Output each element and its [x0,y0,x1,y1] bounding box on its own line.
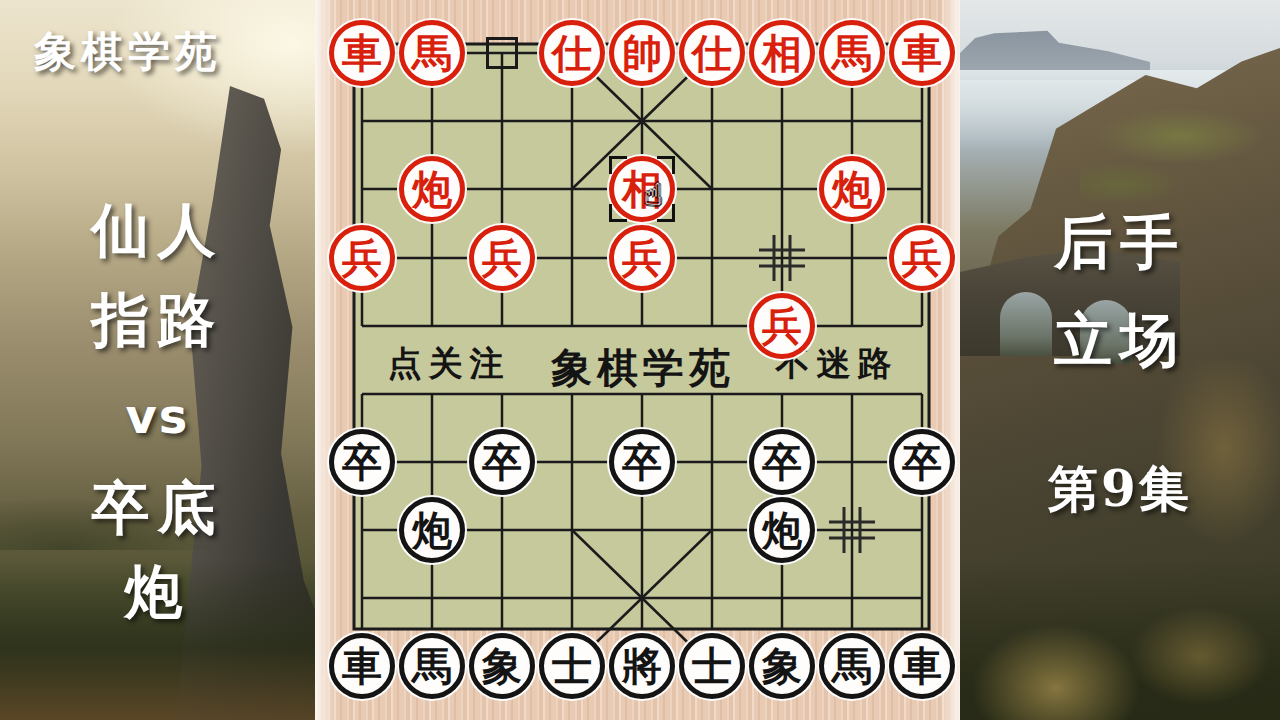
piece-black-象[interactable]: 象 [749,633,815,699]
piece-red-炮[interactable]: 炮 [819,156,885,222]
title-vs: vs [0,388,315,444]
piece-black-將[interactable]: 將 [609,633,675,699]
piece-black-馬[interactable]: 馬 [399,633,465,699]
piece-black-炮[interactable]: 炮 [749,497,815,563]
piece-black-車[interactable]: 車 [329,633,395,699]
title-line: 仙人 [0,192,315,270]
xiangqi-board[interactable]: 点关注 象棋学苑 不迷路 車馬仕帥仕相馬車炮相炮兵兵兵兵兵卒卒卒卒卒炮炮車馬象士… [315,0,960,720]
subtitle-line: 后手 [960,204,1280,282]
piece-black-卒[interactable]: 卒 [329,429,395,495]
mossy-top [1080,100,1280,220]
piece-red-兵[interactable]: 兵 [469,225,535,291]
piece-red-帥[interactable]: 帥 [609,20,675,86]
piece-black-象[interactable]: 象 [469,633,535,699]
piece-red-馬[interactable]: 馬 [819,20,885,86]
piece-black-馬[interactable]: 馬 [819,633,885,699]
piece-red-車[interactable]: 車 [889,20,955,86]
piece-red-馬[interactable]: 馬 [399,20,465,86]
title-line: 指路 [0,282,315,360]
piece-red-兵[interactable]: 兵 [329,225,395,291]
piece-red-兵[interactable]: 兵 [889,225,955,291]
piece-red-仕[interactable]: 仕 [679,20,745,86]
piece-black-卒[interactable]: 卒 [889,429,955,495]
piece-black-車[interactable]: 車 [889,633,955,699]
piece-red-炮[interactable]: 炮 [399,156,465,222]
river-text-left: 点关注 [388,341,511,387]
piece-black-炮[interactable]: 炮 [399,497,465,563]
move-origin-cross [759,235,805,281]
title-line: 卒底 [0,470,315,548]
piece-black-卒[interactable]: 卒 [469,429,535,495]
title-line: 炮 [0,554,315,632]
channel-watermark: 象棋学苑 [34,24,222,80]
move-origin-cross [829,507,875,553]
piece-red-兵[interactable]: 兵 [609,225,675,291]
hand-cursor: ☝ [644,177,662,212]
piece-red-仕[interactable]: 仕 [539,20,605,86]
piece-red-相[interactable]: 相 [749,20,815,86]
episode-number: 第9集 [960,456,1280,523]
piece-red-兵[interactable]: 兵 [749,293,815,359]
subtitle-line: 立场 [960,302,1280,380]
piece-black-卒[interactable]: 卒 [609,429,675,495]
piece-black-士[interactable]: 士 [679,633,745,699]
river-text-center: 象棋学苑 [551,341,735,396]
piece-black-士[interactable]: 士 [539,633,605,699]
video-frame: 象棋学苑 仙人 指路 vs 卒底 炮 后手 立场 第9集 [0,0,1280,720]
piece-black-卒[interactable]: 卒 [749,429,815,495]
golden-trees [960,560,1280,720]
selection-brackets [609,156,675,222]
last-move-origin-square [486,37,518,69]
piece-red-車[interactable]: 車 [329,20,395,86]
